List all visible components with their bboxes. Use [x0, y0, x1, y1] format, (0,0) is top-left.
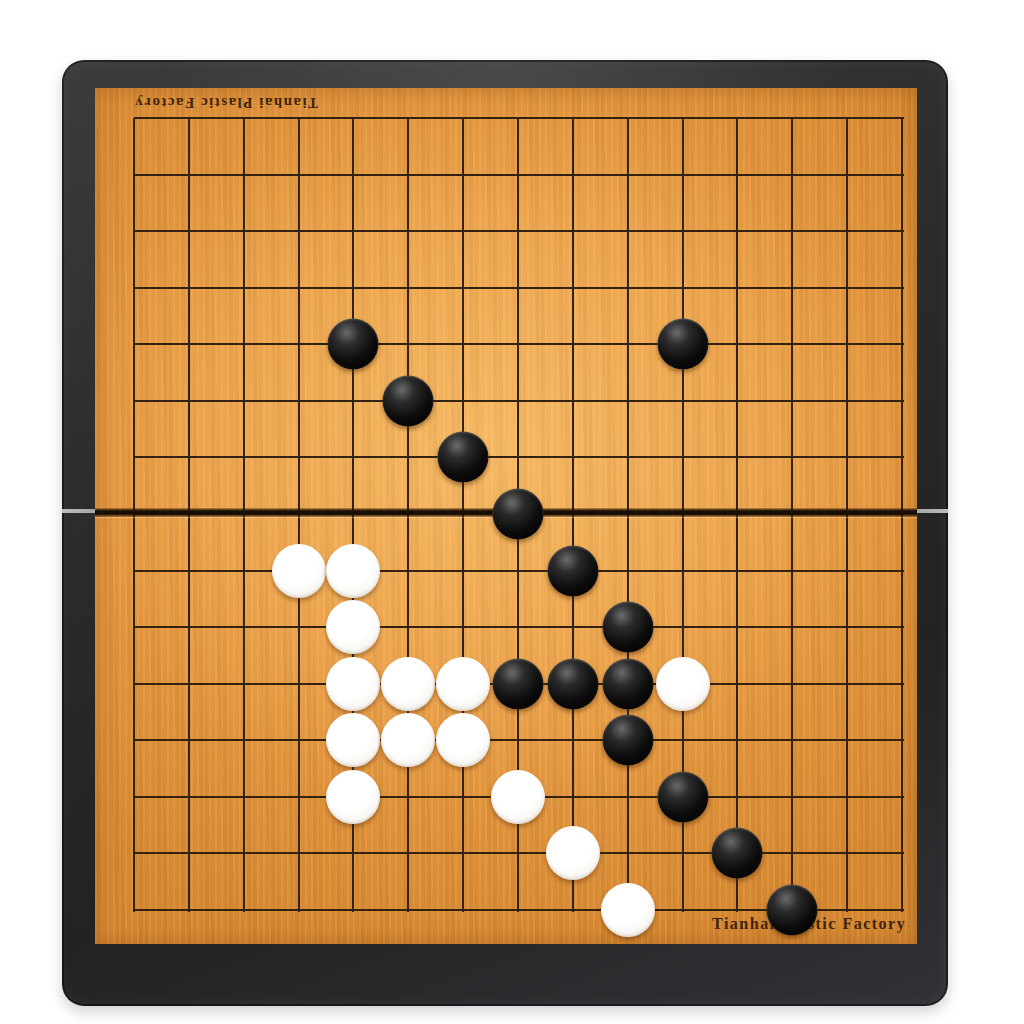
- black-stone[interactable]: [328, 319, 379, 370]
- black-stone[interactable]: [602, 715, 653, 766]
- black-stone[interactable]: [767, 885, 818, 936]
- white-stone[interactable]: [491, 770, 545, 824]
- stones-layer: [0, 0, 1024, 1024]
- white-stone[interactable]: [546, 826, 600, 880]
- white-stone[interactable]: [381, 713, 435, 767]
- white-stone[interactable]: [381, 657, 435, 711]
- black-stone[interactable]: [438, 432, 489, 483]
- white-stone[interactable]: [326, 544, 380, 598]
- white-stone[interactable]: [436, 657, 490, 711]
- black-stone[interactable]: [493, 489, 544, 540]
- white-stone[interactable]: [326, 600, 380, 654]
- white-stone[interactable]: [436, 713, 490, 767]
- white-stone[interactable]: [326, 770, 380, 824]
- black-stone[interactable]: [547, 545, 598, 596]
- black-stone[interactable]: [602, 658, 653, 709]
- black-stone[interactable]: [547, 658, 598, 709]
- black-stone[interactable]: [657, 771, 708, 822]
- black-stone[interactable]: [657, 319, 708, 370]
- black-stone[interactable]: [712, 828, 763, 879]
- white-stone[interactable]: [326, 713, 380, 767]
- white-stone[interactable]: [656, 657, 710, 711]
- white-stone[interactable]: [601, 883, 655, 937]
- black-stone[interactable]: [493, 658, 544, 709]
- white-stone[interactable]: [272, 544, 326, 598]
- black-stone[interactable]: [383, 375, 434, 426]
- black-stone[interactable]: [602, 602, 653, 653]
- product-photo-page: { "game": "Gomoku / Go (Gobang) on a 15x…: [0, 0, 1024, 1024]
- white-stone[interactable]: [326, 657, 380, 711]
